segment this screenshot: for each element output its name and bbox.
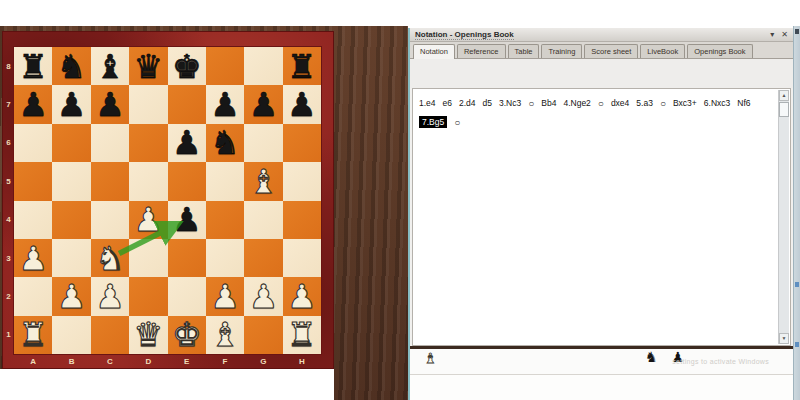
move-Bxc3+[interactable]: Bxc3+: [673, 98, 697, 108]
square-g6[interactable]: [244, 124, 282, 162]
square-d1[interactable]: ♛: [129, 316, 167, 354]
move-4Nge2[interactable]: 4.Nge2: [563, 98, 590, 108]
toolbar-band: [410, 59, 793, 88]
square-h3[interactable]: [283, 239, 321, 277]
black-bishop[interactable]: ♝: [95, 50, 125, 83]
black-knight-material-icon: ♞: [645, 349, 658, 374]
move-2d4[interactable]: 2.d4: [459, 98, 476, 108]
square-c6[interactable]: [91, 124, 129, 162]
white-pawn[interactable]: ♟: [287, 280, 317, 313]
move-e6[interactable]: e6: [443, 98, 452, 108]
move-dxe4[interactable]: dxe4: [611, 98, 629, 108]
white-pawn[interactable]: ♟: [134, 203, 164, 236]
square-d5[interactable]: [129, 162, 167, 200]
square-e6[interactable]: ♟: [168, 124, 206, 162]
square-h6[interactable]: [283, 124, 321, 162]
square-b8[interactable]: ♞: [52, 47, 90, 85]
docked-panel-edge[interactable]: [793, 26, 800, 400]
black-king[interactable]: ♚: [172, 50, 202, 83]
tab-score-sheet[interactable]: Score sheet: [584, 44, 638, 58]
material-balance-strip: ♝ ♞♟ settings to activate Windows: [410, 349, 793, 375]
black-pawn[interactable]: ♟: [249, 88, 279, 121]
rank-label-5: 5: [3, 162, 14, 200]
white-pawn[interactable]: ♟: [57, 280, 87, 313]
black-pawn[interactable]: ♟: [172, 203, 202, 236]
notation-box: 1.e4e62.d4d53.Nc3○Bb44.Nge2○dxe45.a3○Bxc…: [412, 88, 791, 346]
black-knight[interactable]: ♞: [57, 50, 87, 83]
move-6Nxc3[interactable]: 6.Nxc3: [704, 98, 730, 108]
square-c4[interactable]: [91, 201, 129, 239]
square-g7[interactable]: ♟: [244, 85, 282, 123]
black-knight[interactable]: ♞: [210, 126, 240, 159]
square-e3[interactable]: [168, 239, 206, 277]
notation-moves: 1.e4e62.d4d53.Nc3○Bb44.Nge2○dxe45.a3○Bxc…: [419, 94, 774, 132]
square-g8[interactable]: [244, 47, 282, 85]
black-pawn[interactable]: ♟: [210, 88, 240, 121]
square-f1[interactable]: ♝: [206, 316, 244, 354]
square-h4[interactable]: [283, 201, 321, 239]
notation-panel: Notation - Openings Book ▾ ✕ NotationRef…: [408, 28, 793, 400]
book-move-circle-icon: ○: [454, 117, 460, 128]
move-Nf6[interactable]: Nf6: [737, 98, 750, 108]
square-d7[interactable]: [129, 85, 167, 123]
black-pawn[interactable]: ♟: [172, 126, 202, 159]
square-a7[interactable]: ♟: [14, 85, 52, 123]
file-labels: ABCDEFGH: [14, 355, 321, 368]
black-pawn[interactable]: ♟: [95, 88, 125, 121]
square-f7[interactable]: ♟: [206, 85, 244, 123]
move-7Bg5[interactable]: 7.Bg5: [419, 116, 447, 128]
black-pawn[interactable]: ♟: [57, 88, 87, 121]
scroll-down-button[interactable]: ▼: [779, 333, 789, 344]
move-1e4[interactable]: 1.e4: [419, 98, 436, 108]
black-pawn[interactable]: ♟: [18, 88, 48, 121]
square-b3[interactable]: [52, 239, 90, 277]
tab-livebook[interactable]: LiveBook: [640, 44, 685, 58]
square-d3[interactable]: [129, 239, 167, 277]
black-queen[interactable]: ♛: [134, 50, 164, 83]
black-rook[interactable]: ♜: [287, 50, 317, 83]
square-f6[interactable]: ♞: [206, 124, 244, 162]
rank-label-4: 4: [3, 201, 14, 239]
file-label-a: A: [14, 355, 52, 368]
square-h7[interactable]: ♟: [283, 85, 321, 123]
square-c2[interactable]: ♟: [91, 277, 129, 315]
square-b2[interactable]: ♟: [52, 277, 90, 315]
file-label-e: E: [168, 355, 206, 368]
square-b6[interactable]: [52, 124, 90, 162]
tab-bar: NotationReferenceTableTrainingScore shee…: [410, 42, 793, 59]
tab-notation[interactable]: Notation: [413, 44, 455, 59]
square-h1[interactable]: ♜: [283, 316, 321, 354]
square-b4[interactable]: [52, 201, 90, 239]
notation-scrollbar[interactable]: ▲ ▼: [778, 90, 789, 344]
file-label-c: C: [91, 355, 129, 368]
edge-mark-icon: [795, 29, 799, 34]
scrollbar-thumb[interactable]: [779, 102, 789, 117]
book-move-circle-icon: ○: [528, 98, 534, 109]
white-pawn[interactable]: ♟: [18, 242, 48, 275]
square-a3[interactable]: ♟: [14, 239, 52, 277]
rank-label-7: 7: [3, 85, 14, 123]
book-move-circle-icon: ○: [598, 98, 604, 109]
white-pawn[interactable]: ♟: [95, 280, 125, 313]
black-pawn[interactable]: ♟: [287, 88, 317, 121]
square-f4[interactable]: [206, 201, 244, 239]
white-bishop[interactable]: ♝: [249, 165, 279, 198]
square-d6[interactable]: [129, 124, 167, 162]
square-e7[interactable]: [168, 85, 206, 123]
panel-titlebar[interactable]: Notation - Openings Book ▾ ✕: [410, 28, 793, 42]
square-h8[interactable]: ♜: [283, 47, 321, 85]
white-pawn[interactable]: ♟: [210, 280, 240, 313]
square-c5[interactable]: [91, 162, 129, 200]
move-3Nc3[interactable]: 3.Nc3: [499, 98, 521, 108]
square-f3[interactable]: [206, 239, 244, 277]
file-label-d: D: [129, 355, 167, 368]
square-b1[interactable]: [52, 316, 90, 354]
file-label-f: F: [206, 355, 244, 368]
tab-reference[interactable]: Reference: [457, 44, 506, 58]
material-white: ♝: [424, 349, 437, 374]
square-h5[interactable]: [283, 162, 321, 200]
panel-bottom-area: [410, 375, 793, 400]
panel-title: Notation - Openings Book: [415, 30, 514, 40]
rank-label-2: 2: [3, 277, 14, 315]
move-Bb4[interactable]: Bb4: [541, 98, 556, 108]
chess-board-frame: 87654321 ♜♞♝♛♚♜♟♟♟♟♟♟♟♞♝♟♟♟♞♟♟♟♟♟♜♛♚♝♜ A…: [2, 31, 334, 369]
square-g5[interactable]: ♝: [244, 162, 282, 200]
square-b7[interactable]: ♟: [52, 85, 90, 123]
panel-menu-icon[interactable]: ▾: [770, 31, 774, 39]
rank-label-8: 8: [3, 47, 14, 85]
square-d4[interactable]: ♟: [129, 201, 167, 239]
square-f8[interactable]: [206, 47, 244, 85]
black-rook[interactable]: ♜: [18, 50, 48, 83]
tab-training[interactable]: Training: [541, 44, 582, 58]
rank-label-1: 1: [3, 316, 14, 354]
square-g1[interactable]: [244, 316, 282, 354]
square-e8[interactable]: ♚: [168, 47, 206, 85]
square-f2[interactable]: ♟: [206, 277, 244, 315]
square-e5[interactable]: [168, 162, 206, 200]
square-g2[interactable]: ♟: [244, 277, 282, 315]
square-a2[interactable]: [14, 277, 52, 315]
rank-labels: 87654321: [3, 47, 14, 354]
white-bishop[interactable]: ♝: [210, 318, 240, 351]
tab-openings-book[interactable]: Openings Book: [687, 44, 752, 58]
board-grid[interactable]: ♜♞♝♛♚♜♟♟♟♟♟♟♟♞♝♟♟♟♞♟♟♟♟♟♜♛♚♝♜: [14, 47, 321, 354]
square-b5[interactable]: [52, 162, 90, 200]
below-board-area: [0, 369, 334, 400]
file-label-b: B: [52, 355, 90, 368]
white-king[interactable]: ♚: [172, 318, 202, 351]
rank-label-6: 6: [3, 124, 14, 162]
square-a5[interactable]: [14, 162, 52, 200]
square-d2[interactable]: [129, 277, 167, 315]
square-c3[interactable]: ♞: [91, 239, 129, 277]
file-label-g: G: [244, 355, 282, 368]
watermark-text: settings to activate Windows: [672, 358, 769, 365]
move-5a3[interactable]: 5.a3: [636, 98, 653, 108]
book-move-circle-icon: ○: [660, 98, 666, 109]
move-d5[interactable]: d5: [483, 98, 492, 108]
square-a4[interactable]: [14, 201, 52, 239]
square-c8[interactable]: ♝: [91, 47, 129, 85]
square-a1[interactable]: ♜: [14, 316, 52, 354]
square-g3[interactable]: [244, 239, 282, 277]
white-rook[interactable]: ♜: [18, 318, 48, 351]
rank-label-3: 3: [3, 239, 14, 277]
white-bishop-material-icon: ♝: [424, 350, 437, 366]
edge-mark-icon: [795, 282, 799, 287]
white-knight[interactable]: ♞: [95, 242, 125, 275]
panel-close-icon[interactable]: ✕: [781, 31, 788, 39]
square-f5[interactable]: [206, 162, 244, 200]
square-g4[interactable]: [244, 201, 282, 239]
white-queen[interactable]: ♛: [134, 318, 164, 351]
square-c7[interactable]: ♟: [91, 85, 129, 123]
square-c1[interactable]: [91, 316, 129, 354]
square-d8[interactable]: ♛: [129, 47, 167, 85]
square-a8[interactable]: ♜: [14, 47, 52, 85]
white-pawn[interactable]: ♟: [249, 280, 279, 313]
square-e1[interactable]: ♚: [168, 316, 206, 354]
square-e4[interactable]: ♟: [168, 201, 206, 239]
square-h2[interactable]: ♟: [283, 277, 321, 315]
white-rook[interactable]: ♜: [287, 318, 317, 351]
file-label-h: H: [283, 355, 321, 368]
tab-table[interactable]: Table: [508, 44, 540, 58]
scroll-up-button[interactable]: ▲: [779, 90, 789, 101]
square-e2[interactable]: [168, 277, 206, 315]
edge-mark-icon: [795, 342, 799, 347]
square-a6[interactable]: [14, 124, 52, 162]
